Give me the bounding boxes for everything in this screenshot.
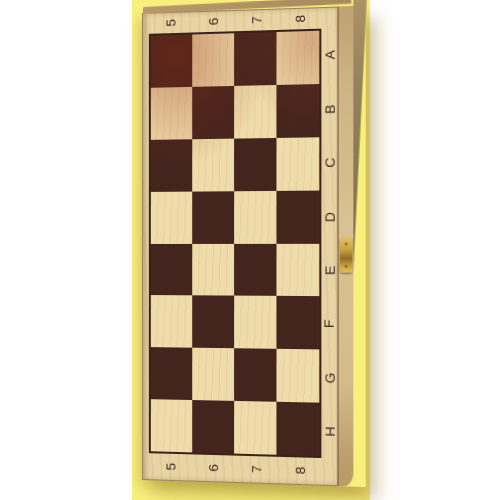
box-side-edge xyxy=(338,6,354,487)
square-g7 xyxy=(234,348,276,401)
square-d8 xyxy=(276,190,319,243)
square-b6 xyxy=(192,86,234,139)
product-photo-canvas: 5678 ABCDEFGH 5678 xyxy=(0,0,500,500)
square-b5 xyxy=(151,87,192,140)
square-c5 xyxy=(151,139,192,192)
square-g5 xyxy=(151,347,192,400)
folded-chess-board-box: 5678 ABCDEFGH 5678 xyxy=(142,6,366,487)
square-b7 xyxy=(234,85,276,138)
box-rear-half-edge xyxy=(353,0,366,483)
rank-label-top-8: 8 xyxy=(278,8,322,30)
brass-clasp-icon xyxy=(340,238,352,273)
square-c8 xyxy=(276,137,319,190)
square-e5 xyxy=(151,243,192,295)
rank-label-top-7: 7 xyxy=(235,10,278,32)
square-d6 xyxy=(192,191,234,244)
board-face: 5678 ABCDEFGH 5678 xyxy=(142,7,338,487)
file-label-b: B xyxy=(321,82,338,136)
square-g6 xyxy=(192,348,234,401)
bottom-rank-labels: 5678 xyxy=(150,453,323,485)
square-f5 xyxy=(151,295,192,347)
file-label-a: A xyxy=(321,28,338,82)
square-c7 xyxy=(234,138,276,191)
square-f7 xyxy=(234,296,276,349)
rank-label-bottom-5: 5 xyxy=(150,453,192,480)
board-squares xyxy=(149,29,322,458)
square-e8 xyxy=(276,243,319,296)
file-label-c: C xyxy=(321,136,338,190)
rank-label-bottom-6: 6 xyxy=(192,454,235,482)
square-e6 xyxy=(192,243,234,296)
square-a7 xyxy=(234,32,276,86)
square-h7 xyxy=(234,401,276,455)
square-h6 xyxy=(192,400,234,453)
square-c6 xyxy=(192,138,234,191)
file-label-h: H xyxy=(321,404,338,458)
square-e7 xyxy=(234,243,276,296)
file-label-g: G xyxy=(321,351,338,405)
rank-label-bottom-7: 7 xyxy=(235,456,278,484)
file-label-d: D xyxy=(321,190,338,244)
square-g8 xyxy=(276,349,319,403)
square-d5 xyxy=(151,191,192,243)
file-label-f: F xyxy=(321,297,338,351)
square-h8 xyxy=(276,402,319,456)
square-a5 xyxy=(151,35,192,88)
square-b8 xyxy=(276,84,319,138)
square-d7 xyxy=(234,191,276,244)
file-label-e: E xyxy=(321,243,338,297)
rank-label-top-5: 5 xyxy=(150,12,192,33)
rank-label-top-6: 6 xyxy=(192,11,235,33)
rank-label-bottom-8: 8 xyxy=(278,457,322,485)
board-middle: ABCDEFGH xyxy=(143,28,337,458)
square-f6 xyxy=(192,296,234,349)
square-a6 xyxy=(192,33,234,86)
square-f8 xyxy=(276,296,319,349)
square-h5 xyxy=(151,399,192,452)
square-a8 xyxy=(276,31,319,85)
file-labels: ABCDEFGH xyxy=(321,28,338,458)
photo-scene: 5678 ABCDEFGH 5678 xyxy=(132,0,370,500)
